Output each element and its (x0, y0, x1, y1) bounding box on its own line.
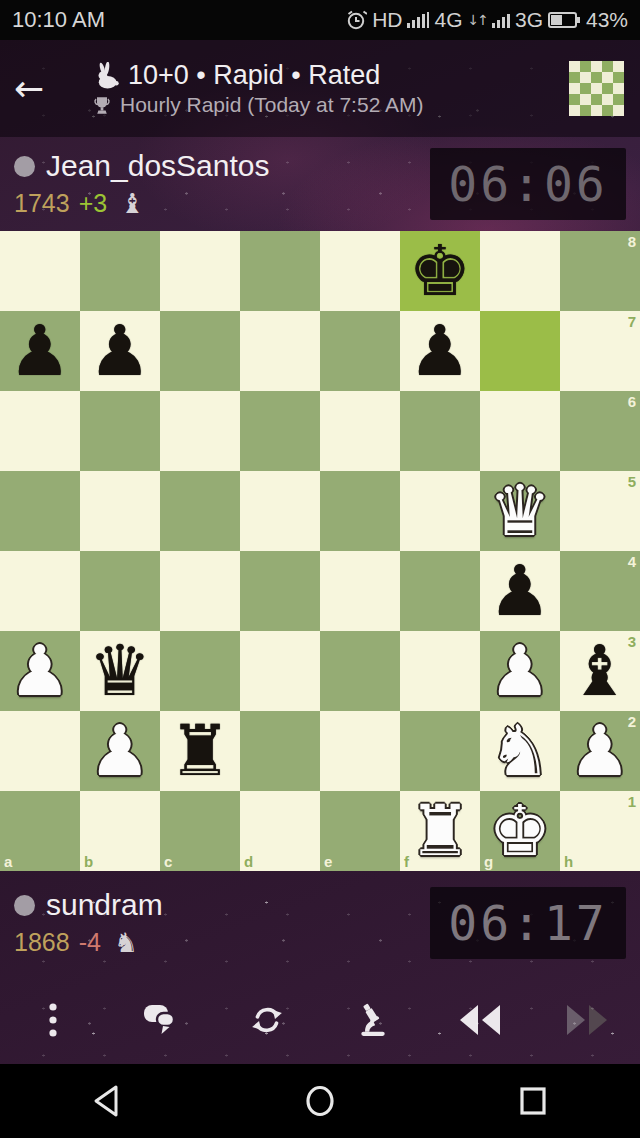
back-triangle-icon (90, 1084, 124, 1118)
black-pawn-piece: ♟ (0, 311, 80, 391)
square-d4[interactable] (240, 551, 320, 631)
square-h2[interactable]: ♟2 (560, 711, 640, 791)
status-bar: 10:10 AM HD 4G ↓↑ 3G 43% (0, 0, 640, 40)
square-e6[interactable] (320, 391, 400, 471)
square-f5[interactable] (400, 471, 480, 551)
player-card-bottom[interactable]: sundram 1868 -4 ♞ 06:17 (0, 871, 640, 975)
battery-percent: 43% (586, 8, 628, 32)
square-b1[interactable]: b (80, 791, 160, 871)
square-a4[interactable] (0, 551, 80, 631)
square-e2[interactable] (320, 711, 400, 791)
online-status-dot (14, 895, 35, 916)
white-pawn-piece: ♟ (480, 631, 560, 711)
chat-button[interactable] (107, 1003, 214, 1036)
player-bottom-rating: 1868 (14, 928, 70, 957)
android-nav-bar (0, 1064, 640, 1138)
board-theme-icon[interactable] (569, 61, 624, 116)
square-c5[interactable] (160, 471, 240, 551)
file-label-c: c (164, 853, 172, 870)
square-c3[interactable] (160, 631, 240, 711)
square-a3[interactable]: ♟ (0, 631, 80, 711)
rewind-button[interactable] (427, 1003, 534, 1037)
square-e4[interactable] (320, 551, 400, 631)
white-pawn-piece: ♟ (80, 711, 160, 791)
trophy-icon (92, 95, 112, 116)
flip-board-button[interactable] (213, 1004, 320, 1036)
square-c1[interactable]: c (160, 791, 240, 871)
square-f1[interactable]: ♜f (400, 791, 480, 871)
white-knight-piece: ♞ (480, 711, 560, 791)
square-h5[interactable]: 5 (560, 471, 640, 551)
rapid-rabbit-icon (92, 62, 119, 89)
square-f6[interactable] (400, 391, 480, 471)
square-h8[interactable]: 8 (560, 231, 640, 311)
android-home-button[interactable] (213, 1084, 426, 1118)
black-rook-piece: ♜ (160, 711, 240, 791)
bishop-badge-icon: ♝ (120, 188, 144, 219)
player-bottom-name: sundram (46, 888, 163, 922)
square-f4[interactable] (400, 551, 480, 631)
square-d5[interactable] (240, 471, 320, 551)
back-arrow-button[interactable]: ← (14, 68, 78, 109)
file-label-a: a (4, 853, 12, 870)
analysis-button[interactable] (320, 1003, 427, 1037)
file-label-b: b (84, 853, 93, 870)
square-c7[interactable] (160, 311, 240, 391)
fast-forward-button[interactable] (533, 1003, 640, 1037)
square-b2[interactable]: ♟ (80, 711, 160, 791)
black-bishop-piece: ♝ (560, 631, 640, 711)
square-f3[interactable] (400, 631, 480, 711)
square-a5[interactable] (0, 471, 80, 551)
square-h4[interactable]: 4 (560, 551, 640, 631)
square-a6[interactable] (0, 391, 80, 471)
flip-arrows-icon (250, 1004, 284, 1036)
file-label-e: e (324, 853, 332, 870)
square-f2[interactable] (400, 711, 480, 791)
square-d6[interactable] (240, 391, 320, 471)
file-label-h: h (564, 853, 573, 870)
vertical-dots-icon (48, 1002, 58, 1038)
square-e3[interactable] (320, 631, 400, 711)
black-pawn-piece: ♟ (480, 551, 560, 631)
status-time: 10:10 AM (12, 7, 105, 33)
rank-label-6: 6 (628, 393, 636, 410)
player-top-rating-change: +3 (79, 189, 108, 218)
square-b6[interactable] (80, 391, 160, 471)
square-d3[interactable] (240, 631, 320, 711)
square-c4[interactable] (160, 551, 240, 631)
square-b7[interactable]: ♟ (80, 311, 160, 391)
chat-bubbles-icon (142, 1003, 178, 1036)
white-rook-piece: ♜ (400, 791, 480, 871)
black-pawn-piece: ♟ (80, 311, 160, 391)
square-e5[interactable] (320, 471, 400, 551)
file-label-d: d (244, 853, 253, 870)
file-label-g: g (484, 853, 493, 870)
rank-label-1: 1 (628, 793, 636, 810)
square-a2[interactable] (0, 711, 80, 791)
square-a7[interactable]: ♟ (0, 311, 80, 391)
square-c2[interactable]: ♜ (160, 711, 240, 791)
knight-badge-icon: ♞ (114, 927, 138, 958)
square-f8[interactable]: ♚ (400, 231, 480, 311)
file-label-f: f (404, 853, 409, 870)
signal-bars-icon (407, 12, 429, 28)
square-e7[interactable] (320, 311, 400, 391)
tournament-label: Hourly Rapid (Today at 7:52 AM) (120, 93, 423, 117)
square-h7[interactable]: 7 (560, 311, 640, 391)
square-g2[interactable]: ♞ (480, 711, 560, 791)
square-g8[interactable] (480, 231, 560, 311)
rank-label-5: 5 (628, 473, 636, 490)
square-d1[interactable]: d (240, 791, 320, 871)
player-card-top[interactable]: Jean_dosSantos 1743 +3 ♝ 06:06 (0, 137, 640, 231)
rank-label-2: 2 (628, 713, 636, 730)
network-4g-label: 4G (434, 8, 462, 32)
game-header: ← 10+0 • Rapid • Rated (0, 40, 640, 137)
menu-button[interactable] (0, 1002, 107, 1038)
square-b8[interactable] (80, 231, 160, 311)
battery-icon (548, 10, 581, 30)
square-g5[interactable]: ♛ (480, 471, 560, 551)
fast-forward-icon (564, 1003, 610, 1037)
network-3g-label: 3G (515, 8, 543, 32)
square-g7[interactable] (480, 311, 560, 391)
home-circle-icon (303, 1084, 337, 1118)
white-queen-piece: ♛ (480, 471, 560, 551)
hd-label: HD (372, 8, 402, 32)
square-h1[interactable]: h1 (560, 791, 640, 871)
square-a1[interactable]: a (0, 791, 80, 871)
data-arrows-icon: ↓↑ (467, 12, 486, 28)
game-toolbar (0, 975, 640, 1064)
online-status-dot (14, 156, 35, 177)
square-g4[interactable]: ♟ (480, 551, 560, 631)
game-title: 10+0 • Rapid • Rated (128, 60, 380, 91)
player-bottom-rating-change: -4 (79, 928, 101, 957)
square-d8[interactable] (240, 231, 320, 311)
square-b5[interactable] (80, 471, 160, 551)
rewind-icon (457, 1003, 503, 1037)
alarm-clock-icon (345, 9, 367, 31)
rank-label-8: 8 (628, 233, 636, 250)
square-c6[interactable] (160, 391, 240, 471)
square-b3[interactable]: ♛ (80, 631, 160, 711)
player-top-name: Jean_dosSantos (46, 149, 270, 183)
white-pawn-piece: ♟ (0, 631, 80, 711)
microscope-icon (356, 1003, 390, 1037)
phone-screen: 10:10 AM HD 4G ↓↑ 3G 43% (0, 0, 640, 1138)
android-back-button[interactable] (0, 1084, 213, 1118)
player-top-clock: 06:06 (430, 148, 626, 220)
square-d7[interactable] (240, 311, 320, 391)
square-e8[interactable] (320, 231, 400, 311)
rank-label-3: 3 (628, 633, 636, 650)
app-area: ← 10+0 • Rapid • Rated (0, 40, 640, 1064)
rank-label-7: 7 (628, 313, 636, 330)
square-a8[interactable] (0, 231, 80, 311)
player-bottom-clock: 06:17 (430, 887, 626, 959)
square-c8[interactable] (160, 231, 240, 311)
square-g1[interactable]: ♚g (480, 791, 560, 871)
signal-bars-icon (492, 12, 510, 28)
chess-board: ♚8♟♟♟76♛5♟4♟♛♟♝3♟♜♞♟2abcde♜f♚gh1 (0, 231, 640, 871)
square-h6[interactable]: 6 (560, 391, 640, 471)
rank-label-4: 4 (628, 553, 636, 570)
black-queen-piece: ♛ (80, 631, 160, 711)
android-recents-button[interactable] (427, 1084, 640, 1118)
square-h3[interactable]: ♝3 (560, 631, 640, 711)
square-d2[interactable] (240, 711, 320, 791)
recents-square-icon (516, 1084, 550, 1118)
square-g3[interactable]: ♟ (480, 631, 560, 711)
square-b4[interactable] (80, 551, 160, 631)
white-pawn-piece: ♟ (560, 711, 640, 791)
black-king-piece: ♚ (400, 231, 480, 311)
square-e1[interactable]: e (320, 791, 400, 871)
square-g6[interactable] (480, 391, 560, 471)
white-king-piece: ♚ (480, 791, 560, 871)
player-top-rating: 1743 (14, 189, 70, 218)
square-f7[interactable]: ♟ (400, 311, 480, 391)
black-pawn-piece: ♟ (400, 311, 480, 391)
